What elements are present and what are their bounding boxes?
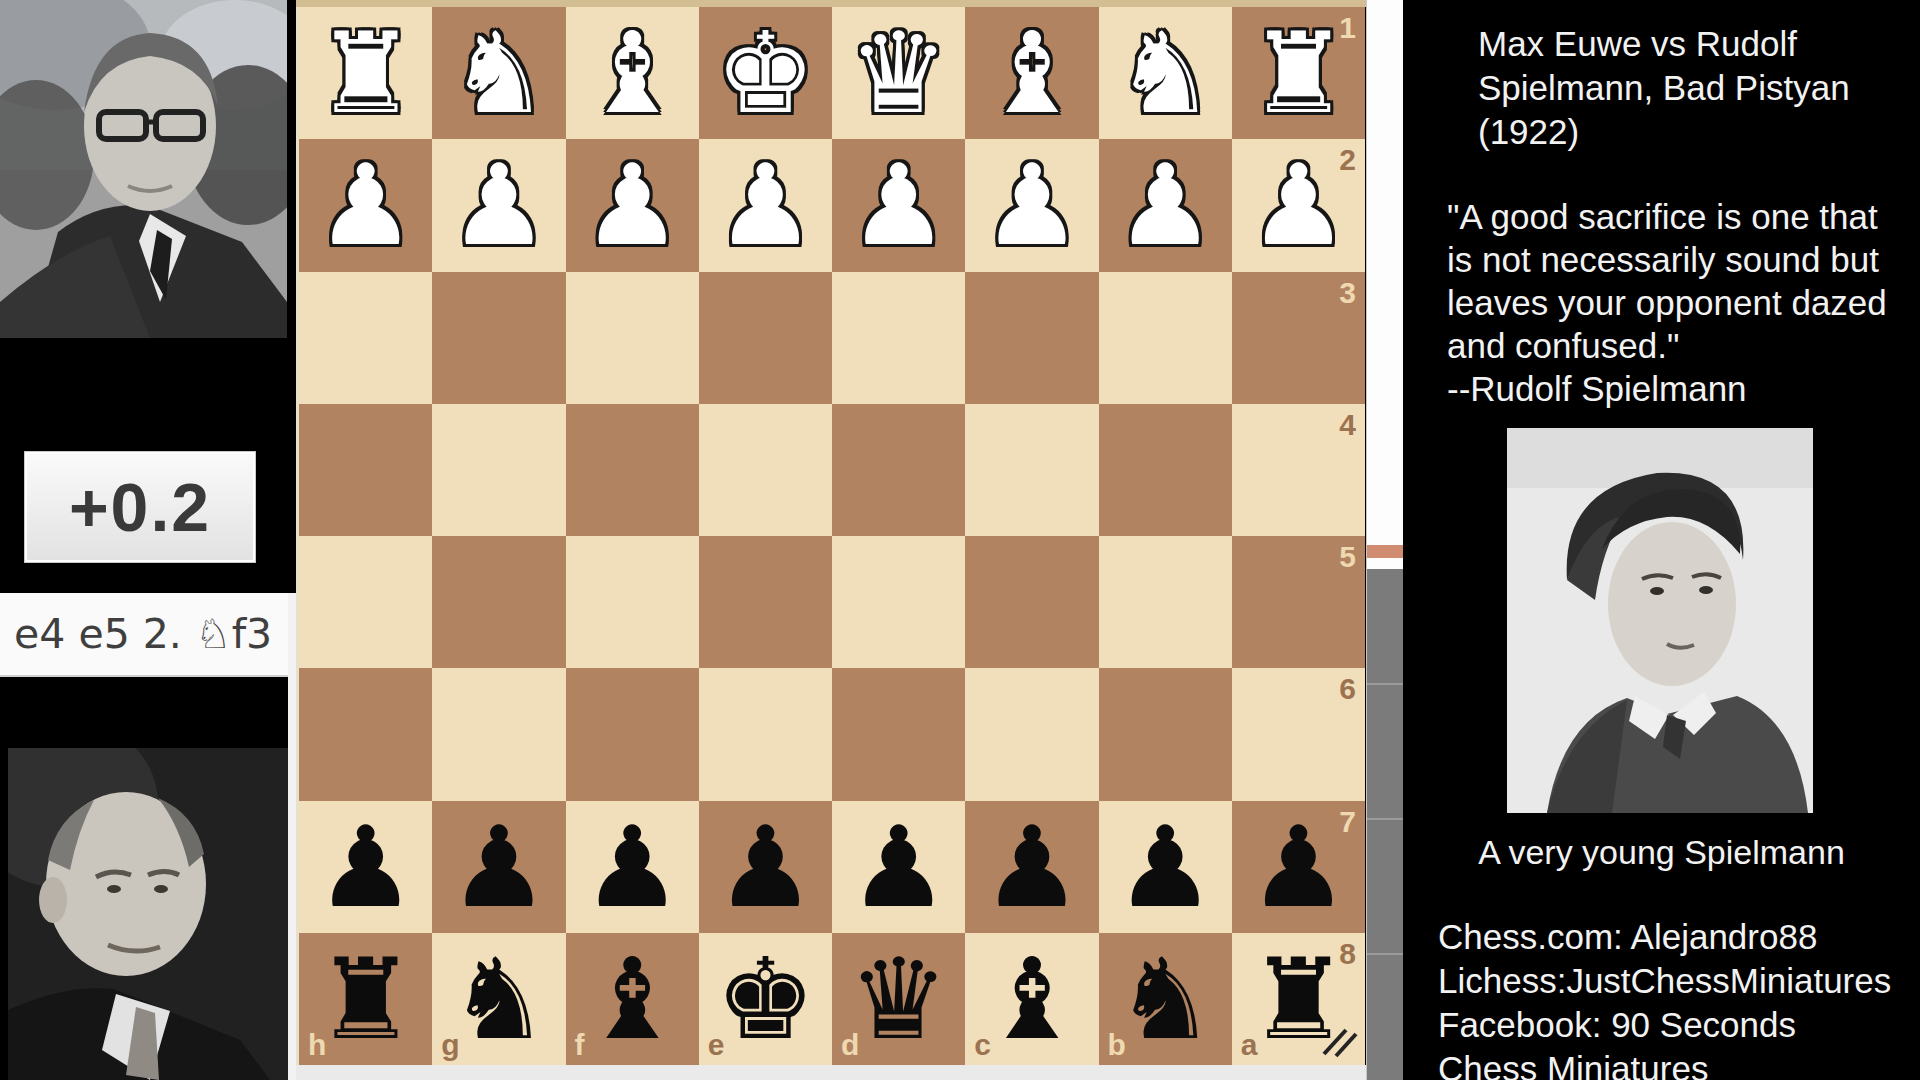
max-euwe-portrait-sketch (0, 0, 287, 338)
square-e4[interactable] (699, 404, 832, 536)
black-bishop-f8[interactable]: ♝ (566, 933, 699, 1065)
rank-label-6: 6 (1339, 672, 1356, 706)
quote-attribution: --Rudolf Spielmann (1447, 367, 1917, 410)
square-h5[interactable] (299, 536, 432, 668)
square-f5[interactable] (566, 536, 699, 668)
rank-label-3: 3 (1339, 276, 1356, 310)
square-h1[interactable]: ♜ (299, 7, 432, 139)
square-a5[interactable]: 5 (1232, 536, 1365, 668)
black-pawn-c7[interactable]: ♟ (965, 801, 1098, 933)
square-a1[interactable]: ♜1 (1232, 7, 1365, 139)
square-d2[interactable]: ♟ (832, 139, 965, 271)
square-e2[interactable]: ♟ (699, 139, 832, 271)
game-title-line: Max Euwe vs Rudolf (1478, 22, 1908, 66)
scrollbar-thumb-line (1367, 818, 1404, 820)
square-f4[interactable] (566, 404, 699, 536)
social-line-facebook: Facebook: 90 Seconds (1438, 1003, 1918, 1047)
square-c5[interactable] (965, 536, 1098, 668)
file-label-g: g (441, 1028, 459, 1062)
file-label-a: a (1241, 1028, 1258, 1062)
white-pawn-h2[interactable]: ♟ (299, 139, 432, 271)
quote-line: "A good sacrifice is one that (1447, 195, 1917, 238)
square-d7[interactable]: ♟ (832, 801, 965, 933)
black-pawn-d7[interactable]: ♟ (832, 801, 965, 933)
game-title-line: (1922) (1478, 110, 1908, 154)
scrollbar-position-marker (1367, 545, 1404, 558)
quote-block: "A good sacrifice is one that is not nec… (1447, 195, 1917, 410)
white-pawn-e2[interactable]: ♟ (699, 139, 832, 271)
white-knight-g1[interactable]: ♞ (432, 7, 565, 139)
square-g8[interactable]: ♞g (432, 933, 565, 1065)
young-spielmann-portrait-sketch (1507, 428, 1813, 813)
photo-young-spielmann (1507, 428, 1813, 813)
white-bishop-c1[interactable]: ♝ (965, 7, 1098, 139)
panel-divider-line (288, 593, 296, 1080)
rudolf-spielmann-portrait-sketch (8, 748, 288, 1080)
square-e8[interactable]: ♚e (699, 933, 832, 1065)
square-g7[interactable]: ♟ (432, 801, 565, 933)
square-d1[interactable]: ♛ (832, 7, 965, 139)
square-a3[interactable]: 3 (1232, 272, 1365, 404)
square-d8[interactable]: ♛d (832, 933, 965, 1065)
file-label-e: e (708, 1028, 725, 1062)
white-bishop-f1[interactable]: ♝ (566, 7, 699, 139)
square-d6[interactable] (832, 668, 965, 800)
square-f7[interactable]: ♟ (566, 801, 699, 933)
square-c4[interactable] (965, 404, 1098, 536)
square-e5[interactable] (699, 536, 832, 668)
square-b3[interactable] (1099, 272, 1232, 404)
square-b5[interactable] (1099, 536, 1232, 668)
quote-line: is not necessarily sound but (1447, 238, 1917, 281)
square-g6[interactable] (432, 668, 565, 800)
rank-label-4: 4 (1339, 408, 1356, 442)
white-pawn-d2[interactable]: ♟ (832, 139, 965, 271)
engine-eval-box: +0.2 (25, 452, 255, 562)
white-knight-b1[interactable]: ♞ (1099, 7, 1232, 139)
rank-label-5: 5 (1339, 540, 1356, 574)
square-f8[interactable]: ♝f (566, 933, 699, 1065)
engine-eval-value: +0.2 (69, 468, 211, 546)
square-b1[interactable]: ♞ (1099, 7, 1232, 139)
black-pawn-g7[interactable]: ♟ (432, 801, 565, 933)
rank-label-1: 1 (1339, 11, 1356, 45)
square-c1[interactable]: ♝ (965, 7, 1098, 139)
square-c7[interactable]: ♟ (965, 801, 1098, 933)
square-h3[interactable] (299, 272, 432, 404)
rank-label-8: 8 (1339, 937, 1356, 971)
white-queen-d1[interactable]: ♛ (832, 7, 965, 139)
square-a7[interactable]: ♟7 (1232, 801, 1365, 933)
white-pawn-g2[interactable]: ♟ (432, 139, 565, 271)
scrollbar-thumb-line (1367, 683, 1404, 685)
quote-line: and confused." (1447, 324, 1917, 367)
square-b6[interactable] (1099, 668, 1232, 800)
white-pawn-b2[interactable]: ♟ (1099, 139, 1232, 271)
social-links-block: Chess.com: Alejandro88 Lichess:JustChess… (1438, 915, 1918, 1080)
info-panel: Max Euwe vs Rudolf Spielmann, Bad Pistya… (1403, 0, 1920, 1080)
square-g5[interactable] (432, 536, 565, 668)
square-e3[interactable] (699, 272, 832, 404)
square-h7[interactable]: ♟ (299, 801, 432, 933)
square-h4[interactable] (299, 404, 432, 536)
square-b2[interactable]: ♟ (1099, 139, 1232, 271)
file-label-c: c (974, 1028, 991, 1062)
square-h2[interactable]: ♟ (299, 139, 432, 271)
square-a6[interactable]: 6 (1232, 668, 1365, 800)
square-h6[interactable] (299, 668, 432, 800)
square-d4[interactable] (832, 404, 965, 536)
square-c8[interactable]: ♝c (965, 933, 1098, 1065)
square-c3[interactable] (965, 272, 1098, 404)
social-line-chesscom: Chess.com: Alejandro88 (1438, 915, 1918, 959)
game-title-line: Spielmann, Bad Pistyan (1478, 66, 1908, 110)
square-a2[interactable]: ♟2 (1232, 139, 1365, 271)
file-label-b: b (1108, 1028, 1126, 1062)
chess-board[interactable]: ♜♞♝♚♛♝♞♜1♟♟♟♟♟♟♟♟23456♟♟♟♟♟♟♟♟7♜h♞g♝f♚e♛… (299, 7, 1365, 1065)
social-line-lichess: Lichess:JustChessMiniatures (1438, 959, 1918, 1003)
rank-label-7: 7 (1339, 805, 1356, 839)
white-king-e1[interactable]: ♚ (699, 7, 832, 139)
board-top-border (296, 0, 1368, 7)
white-rook-h1[interactable]: ♜ (299, 7, 432, 139)
square-f6[interactable] (566, 668, 699, 800)
photo-max-euwe (0, 0, 287, 338)
square-b4[interactable] (1099, 404, 1232, 536)
square-f3[interactable] (566, 272, 699, 404)
black-pawn-f7[interactable]: ♟ (566, 801, 699, 933)
square-c6[interactable] (965, 668, 1098, 800)
square-g2[interactable]: ♟ (432, 139, 565, 271)
scrollbar-thumb[interactable] (1367, 569, 1404, 1080)
move-list[interactable]: . e4 e5 2. ♘f3 ♘c (0, 593, 288, 677)
square-a4[interactable]: 4 (1232, 404, 1365, 536)
square-e1[interactable]: ♚ (699, 7, 832, 139)
quote-line: leaves your opponent dazed (1447, 281, 1917, 324)
video-frame: +0.2 . e4 e5 2. ♘f3 ♘c ♜♞♝♚♛♝♞♜1♟♟♟♟♟♟♟♟… (0, 0, 1920, 1080)
resize-handle-icon[interactable] (1322, 1026, 1358, 1058)
rank-label-2: 2 (1339, 143, 1356, 177)
black-pawn-b7[interactable]: ♟ (1099, 801, 1232, 933)
game-title: Max Euwe vs Rudolf Spielmann, Bad Pistya… (1478, 22, 1908, 154)
move-list-text: . e4 e5 2. ♘f3 ♘c (0, 610, 288, 658)
photo-caption: A very young Spielmann (1403, 833, 1920, 872)
black-pawn-e7[interactable]: ♟ (699, 801, 832, 933)
scrollbar-thumb-line (1367, 953, 1404, 955)
board-bottom-border (296, 1065, 1368, 1080)
square-g3[interactable] (432, 272, 565, 404)
square-g1[interactable]: ♞ (432, 7, 565, 139)
square-c2[interactable]: ♟ (965, 139, 1098, 271)
scrollbar[interactable] (1366, 0, 1406, 1080)
square-b8[interactable]: ♞b (1099, 933, 1232, 1065)
white-pawn-f2[interactable]: ♟ (566, 139, 699, 271)
square-h8[interactable]: ♜h (299, 933, 432, 1065)
square-e6[interactable] (699, 668, 832, 800)
photo-rudolf-spielmann (8, 748, 288, 1080)
square-e7[interactable]: ♟ (699, 801, 832, 933)
white-pawn-c2[interactable]: ♟ (965, 139, 1098, 271)
square-f2[interactable]: ♟ (566, 139, 699, 271)
square-d3[interactable] (832, 272, 965, 404)
social-line-facebook2: Chess Miniatures (1438, 1047, 1918, 1080)
black-pawn-h7[interactable]: ♟ (299, 801, 432, 933)
file-label-f: f (575, 1028, 585, 1062)
square-g4[interactable] (432, 404, 565, 536)
file-label-h: h (308, 1028, 326, 1062)
file-label-d: d (841, 1028, 859, 1062)
square-d5[interactable] (832, 536, 965, 668)
square-f1[interactable]: ♝ (566, 7, 699, 139)
square-b7[interactable]: ♟ (1099, 801, 1232, 933)
